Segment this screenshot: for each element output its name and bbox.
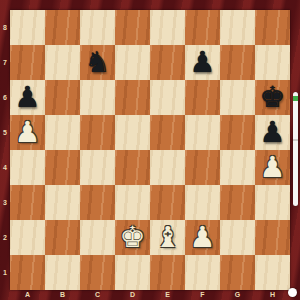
square-a8[interactable] <box>10 10 45 45</box>
square-e4[interactable] <box>150 150 185 185</box>
square-b1[interactable] <box>45 255 80 290</box>
square-d7[interactable] <box>115 45 150 80</box>
square-h1[interactable] <box>255 255 290 290</box>
square-a1[interactable] <box>10 255 45 290</box>
square-e6[interactable] <box>150 80 185 115</box>
square-a5[interactable]: ♟ <box>10 115 45 150</box>
square-c1[interactable] <box>80 255 115 290</box>
square-f3[interactable] <box>185 185 220 220</box>
square-a3[interactable] <box>10 185 45 220</box>
square-e2[interactable]: ♝ <box>150 220 185 255</box>
square-h3[interactable] <box>255 185 290 220</box>
white-to-move-indicator <box>288 288 297 297</box>
square-g1[interactable] <box>220 255 255 290</box>
square-e5[interactable] <box>150 115 185 150</box>
square-c5[interactable] <box>80 115 115 150</box>
piece-black-knight[interactable]: ♞ <box>85 45 111 80</box>
square-f4[interactable] <box>185 150 220 185</box>
rank-label-8: 8 <box>0 10 10 45</box>
square-g7[interactable] <box>220 45 255 80</box>
square-h5[interactable]: ♟ <box>255 115 290 150</box>
rank-labels: 87654321 <box>0 10 10 290</box>
square-h7[interactable] <box>255 45 290 80</box>
file-label-e: E <box>150 289 185 300</box>
rank-label-7: 7 <box>0 45 10 80</box>
file-label-b: B <box>45 289 80 300</box>
scrollbar[interactable] <box>293 92 298 206</box>
square-d3[interactable] <box>115 185 150 220</box>
square-g4[interactable] <box>220 150 255 185</box>
square-g8[interactable] <box>220 10 255 45</box>
square-a6[interactable]: ♟ <box>10 80 45 115</box>
square-g2[interactable] <box>220 220 255 255</box>
square-b2[interactable] <box>45 220 80 255</box>
square-g5[interactable] <box>220 115 255 150</box>
square-e3[interactable] <box>150 185 185 220</box>
square-d4[interactable] <box>115 150 150 185</box>
rank-label-4: 4 <box>0 150 10 185</box>
piece-black-pawn[interactable]: ♟ <box>190 45 216 80</box>
square-h4[interactable]: ♟ <box>255 150 290 185</box>
square-c6[interactable] <box>80 80 115 115</box>
piece-black-pawn[interactable]: ♟ <box>260 115 286 150</box>
square-c7[interactable]: ♞ <box>80 45 115 80</box>
scrollbar-green-marker <box>293 96 298 101</box>
square-a7[interactable] <box>10 45 45 80</box>
square-h8[interactable] <box>255 10 290 45</box>
rank-label-6: 6 <box>0 80 10 115</box>
square-f8[interactable] <box>185 10 220 45</box>
square-f2[interactable]: ♟ <box>185 220 220 255</box>
file-labels: ABCDEFGH <box>10 289 290 300</box>
chess-board-frame: 87654321 ♞♟♟♚♟♟♟♚♝♟ ABCDEFGH <box>0 0 300 300</box>
rank-label-3: 3 <box>0 185 10 220</box>
square-d6[interactable] <box>115 80 150 115</box>
piece-white-pawn[interactable]: ♟ <box>260 150 286 185</box>
square-d1[interactable] <box>115 255 150 290</box>
square-f7[interactable]: ♟ <box>185 45 220 80</box>
square-b6[interactable] <box>45 80 80 115</box>
square-g6[interactable] <box>220 80 255 115</box>
square-b8[interactable] <box>45 10 80 45</box>
square-a2[interactable] <box>10 220 45 255</box>
square-f6[interactable] <box>185 80 220 115</box>
file-label-a: A <box>10 289 45 300</box>
rank-label-1: 1 <box>0 255 10 290</box>
rank-label-2: 2 <box>0 220 10 255</box>
file-label-c: C <box>80 289 115 300</box>
square-h6[interactable]: ♚ <box>255 80 290 115</box>
square-d2[interactable]: ♚ <box>115 220 150 255</box>
square-f1[interactable] <box>185 255 220 290</box>
square-b5[interactable] <box>45 115 80 150</box>
piece-black-king[interactable]: ♚ <box>260 80 286 115</box>
piece-white-bishop[interactable]: ♝ <box>155 220 181 255</box>
file-label-f: F <box>185 289 220 300</box>
piece-black-pawn[interactable]: ♟ <box>15 80 41 115</box>
square-c3[interactable] <box>80 185 115 220</box>
square-c8[interactable] <box>80 10 115 45</box>
piece-white-king[interactable]: ♚ <box>120 220 146 255</box>
square-d5[interactable] <box>115 115 150 150</box>
chess-board: ♞♟♟♚♟♟♟♚♝♟ <box>10 10 290 290</box>
square-e8[interactable] <box>150 10 185 45</box>
square-e1[interactable] <box>150 255 185 290</box>
scrollbar-mid-tick <box>293 139 298 141</box>
square-b3[interactable] <box>45 185 80 220</box>
square-b4[interactable] <box>45 150 80 185</box>
square-g3[interactable] <box>220 185 255 220</box>
square-f5[interactable] <box>185 115 220 150</box>
square-e7[interactable] <box>150 45 185 80</box>
file-label-h: H <box>255 289 290 300</box>
square-c2[interactable] <box>80 220 115 255</box>
square-d8[interactable] <box>115 10 150 45</box>
square-b7[interactable] <box>45 45 80 80</box>
square-h2[interactable] <box>255 220 290 255</box>
square-c4[interactable] <box>80 150 115 185</box>
square-a4[interactable] <box>10 150 45 185</box>
piece-white-pawn[interactable]: ♟ <box>190 220 216 255</box>
piece-white-pawn[interactable]: ♟ <box>15 115 41 150</box>
file-label-d: D <box>115 289 150 300</box>
rank-label-5: 5 <box>0 115 10 150</box>
file-label-g: G <box>220 289 255 300</box>
